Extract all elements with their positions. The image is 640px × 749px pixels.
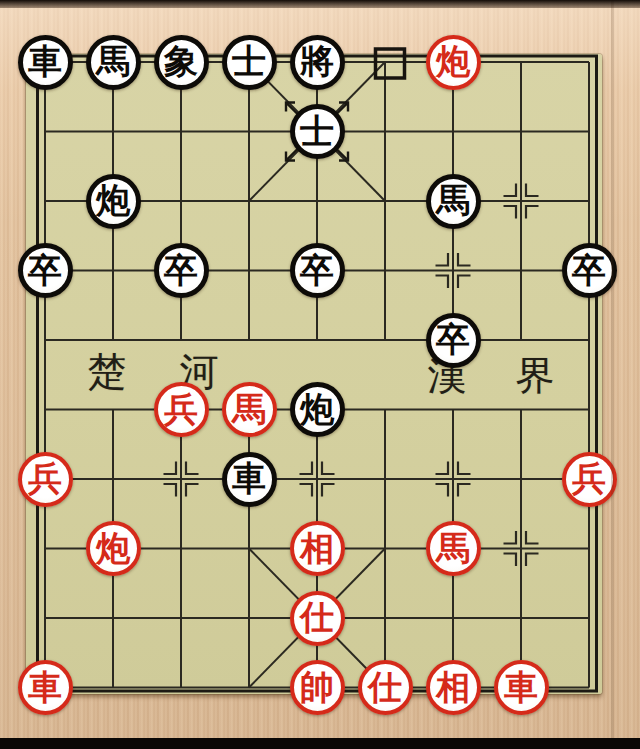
river-label-chu: 楚: [85, 350, 129, 394]
piece-red-elephant[interactable]: 相: [426, 660, 481, 715]
bottom-letterbox-bar: [0, 738, 640, 749]
piece-red-cannon[interactable]: 炮: [426, 35, 481, 90]
piece-black-advisor[interactable]: 士: [290, 104, 345, 159]
piece-black-soldier[interactable]: 卒: [154, 243, 209, 298]
last-move-origin-marker: [376, 49, 405, 78]
piece-red-chariot[interactable]: 車: [18, 660, 73, 715]
top-letterbox-bar: [0, 0, 640, 8]
piece-red-horse[interactable]: 馬: [222, 382, 277, 437]
piece-red-advisor[interactable]: 仕: [290, 591, 345, 646]
river-label-jie: 界: [513, 354, 557, 398]
piece-black-horse[interactable]: 馬: [86, 35, 141, 90]
piece-red-horse[interactable]: 馬: [426, 521, 481, 576]
piece-red-elephant[interactable]: 相: [290, 521, 345, 576]
wood-plank-groove: [611, 0, 614, 749]
piece-red-soldier[interactable]: 兵: [562, 452, 617, 507]
piece-black-elephant[interactable]: 象: [154, 35, 209, 90]
wooden-table-background: 楚 河 漢 界 車馬象士將炮士炮馬卒卒卒卒卒兵馬炮兵車兵炮相馬仕車帥仕相車: [0, 0, 640, 749]
piece-red-chariot[interactable]: 車: [494, 660, 549, 715]
piece-black-soldier[interactable]: 卒: [426, 313, 481, 368]
piece-red-soldier[interactable]: 兵: [154, 382, 209, 437]
piece-red-cannon[interactable]: 炮: [86, 521, 141, 576]
piece-black-cannon[interactable]: 炮: [86, 174, 141, 229]
piece-red-soldier[interactable]: 兵: [18, 452, 73, 507]
piece-black-cannon[interactable]: 炮: [290, 382, 345, 437]
piece-black-horse[interactable]: 馬: [426, 174, 481, 229]
piece-black-soldier[interactable]: 卒: [290, 243, 345, 298]
piece-red-general[interactable]: 帥: [290, 660, 345, 715]
piece-black-chariot[interactable]: 車: [18, 35, 73, 90]
piece-black-chariot[interactable]: 車: [222, 452, 277, 507]
piece-black-advisor[interactable]: 士: [222, 35, 277, 90]
piece-black-soldier[interactable]: 卒: [18, 243, 73, 298]
piece-black-general[interactable]: 將: [290, 35, 345, 90]
piece-red-advisor[interactable]: 仕: [358, 660, 413, 715]
piece-black-soldier[interactable]: 卒: [562, 243, 617, 298]
